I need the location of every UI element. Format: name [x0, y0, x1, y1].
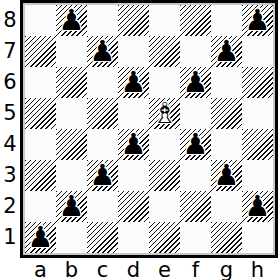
rank-label-1: 1 [0, 222, 20, 253]
square-f3[interactable] [180, 160, 211, 191]
square-a3[interactable] [25, 160, 56, 191]
square-h5[interactable] [242, 98, 273, 129]
square-e2[interactable] [149, 191, 180, 222]
square-e8[interactable] [149, 5, 180, 36]
rank-label-7: 7 [0, 36, 20, 67]
black-pawn-a1: ♟ [25, 222, 56, 253]
rank-label-4: 4 [0, 129, 20, 160]
square-h7[interactable] [242, 36, 273, 67]
chess-board-frame: ♟♟♟♟♟♟♝♗♟♟♟♟♟♟♟ [20, 0, 278, 258]
black-pawn-b2: ♟ [56, 191, 87, 222]
square-d6[interactable]: ♟ [118, 67, 149, 98]
square-g4[interactable] [211, 129, 242, 160]
square-b5[interactable] [56, 98, 87, 129]
square-b4[interactable] [56, 129, 87, 160]
file-label-g: g [211, 258, 242, 280]
square-a7[interactable] [25, 36, 56, 67]
square-h2[interactable]: ♟ [242, 191, 273, 222]
square-c2[interactable] [87, 191, 118, 222]
black-pawn-h2: ♟ [242, 191, 273, 222]
black-pawn-f6: ♟ [180, 67, 211, 98]
black-pawn-b8: ♟ [56, 5, 87, 36]
file-labels: a b c d e f g h [0, 258, 280, 280]
square-c5[interactable] [87, 98, 118, 129]
square-d5[interactable] [118, 98, 149, 129]
square-h8[interactable]: ♟ [242, 5, 273, 36]
rank-label-2: 2 [0, 191, 20, 222]
square-f1[interactable] [180, 222, 211, 253]
square-d7[interactable] [118, 36, 149, 67]
square-d3[interactable] [118, 160, 149, 191]
square-d8[interactable] [118, 5, 149, 36]
square-f4[interactable]: ♟ [180, 129, 211, 160]
chess-board: ♟♟♟♟♟♟♝♗♟♟♟♟♟♟♟ [25, 5, 273, 253]
square-b3[interactable] [56, 160, 87, 191]
black-pawn-h8: ♟ [242, 5, 273, 36]
square-e1[interactable] [149, 222, 180, 253]
file-label-f: f [180, 258, 211, 280]
black-pawn-g7: ♟ [211, 36, 242, 67]
black-pawn-c3: ♟ [87, 160, 118, 191]
rank-label-5: 5 [0, 98, 20, 129]
square-e7[interactable] [149, 36, 180, 67]
square-f2[interactable] [180, 191, 211, 222]
square-c7[interactable]: ♟ [87, 36, 118, 67]
square-a6[interactable] [25, 67, 56, 98]
square-g6[interactable] [211, 67, 242, 98]
file-label-h: h [242, 258, 273, 280]
square-d2[interactable] [118, 191, 149, 222]
square-g7[interactable]: ♟ [211, 36, 242, 67]
black-pawn-d4: ♟ [118, 129, 149, 160]
square-g3[interactable]: ♟ [211, 160, 242, 191]
square-e5[interactable]: ♝♗ [149, 98, 180, 129]
square-c3[interactable]: ♟ [87, 160, 118, 191]
square-a2[interactable] [25, 191, 56, 222]
file-label-a: a [25, 258, 56, 280]
black-pawn-c7: ♟ [87, 36, 118, 67]
square-h6[interactable] [242, 67, 273, 98]
square-e3[interactable] [149, 160, 180, 191]
file-label-c: c [87, 258, 118, 280]
square-a1[interactable]: ♟ [25, 222, 56, 253]
square-c8[interactable] [87, 5, 118, 36]
rank-label-8: 8 [0, 5, 20, 36]
white-bishop-e5: ♗ [149, 98, 180, 129]
square-e6[interactable] [149, 67, 180, 98]
square-h1[interactable] [242, 222, 273, 253]
square-b2[interactable]: ♟ [56, 191, 87, 222]
square-f5[interactable] [180, 98, 211, 129]
square-g5[interactable] [211, 98, 242, 129]
black-pawn-d6: ♟ [118, 67, 149, 98]
square-a5[interactable] [25, 98, 56, 129]
square-d4[interactable]: ♟ [118, 129, 149, 160]
square-e4[interactable] [149, 129, 180, 160]
square-c6[interactable] [87, 67, 118, 98]
square-g2[interactable] [211, 191, 242, 222]
square-f7[interactable] [180, 36, 211, 67]
square-h3[interactable] [242, 160, 273, 191]
square-f8[interactable] [180, 5, 211, 36]
square-b6[interactable] [56, 67, 87, 98]
square-g1[interactable] [211, 222, 242, 253]
file-label-b: b [56, 258, 87, 280]
square-c4[interactable] [87, 129, 118, 160]
file-label-d: d [118, 258, 149, 280]
square-f6[interactable]: ♟ [180, 67, 211, 98]
square-h4[interactable] [242, 129, 273, 160]
rank-label-6: 6 [0, 67, 20, 98]
square-a4[interactable] [25, 129, 56, 160]
chess-diagram: 8 7 6 5 4 3 2 1 ♟♟♟♟♟♟♝♗♟♟♟♟♟♟♟ a b c d … [0, 0, 280, 280]
square-d1[interactable] [118, 222, 149, 253]
square-a8[interactable] [25, 5, 56, 36]
square-b8[interactable]: ♟ [56, 5, 87, 36]
rank-labels: 8 7 6 5 4 3 2 1 [0, 0, 20, 258]
square-g8[interactable] [211, 5, 242, 36]
black-pawn-f4: ♟ [180, 129, 211, 160]
file-label-e: e [149, 258, 180, 280]
square-b7[interactable] [56, 36, 87, 67]
black-pawn-g3: ♟ [211, 160, 242, 191]
rank-label-3: 3 [0, 160, 20, 191]
square-c1[interactable] [87, 222, 118, 253]
square-b1[interactable] [56, 222, 87, 253]
